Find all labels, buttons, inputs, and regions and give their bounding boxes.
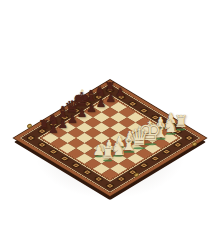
board-squares-grid <box>42 97 178 179</box>
product-photo: ♜♞♝♛♚♝♞♜♟♟♟♟♟♟♟♟♟♟♟♟♟♟♟♟♜♞♝♛♚♝♞♜ <box>0 0 215 248</box>
